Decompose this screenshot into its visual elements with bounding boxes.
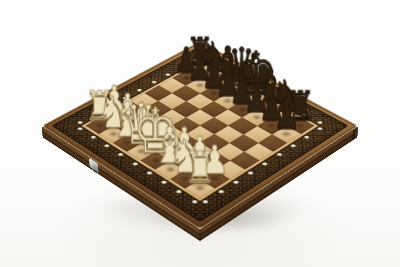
stud-icon [160,180,167,185]
photo-stage: ♜♞♝♛♚♝♞♜♟♟♟♟♟♟♟♟♟♟♟♟♟♟♟♟♜♞♝♛♚♝♞♜ [0,0,400,267]
stud-icon [217,190,225,195]
stud-icon [232,180,239,185]
stud-icon [146,171,153,176]
stud-icon [175,190,183,195]
rook-glyph: ♜ [168,145,232,189]
stud-icon [261,162,268,166]
stud-icon [317,127,324,131]
stud-icon [90,135,97,139]
stud-icon [303,135,310,139]
stud-icon [151,81,158,85]
hinge-icon [353,127,358,140]
stud-icon [276,153,283,157]
pawn-glyph: ♟ [256,97,317,135]
stud-icon [202,199,210,204]
stud-icon [190,199,198,204]
stud-icon [247,171,254,176]
stud-icon [290,144,297,148]
